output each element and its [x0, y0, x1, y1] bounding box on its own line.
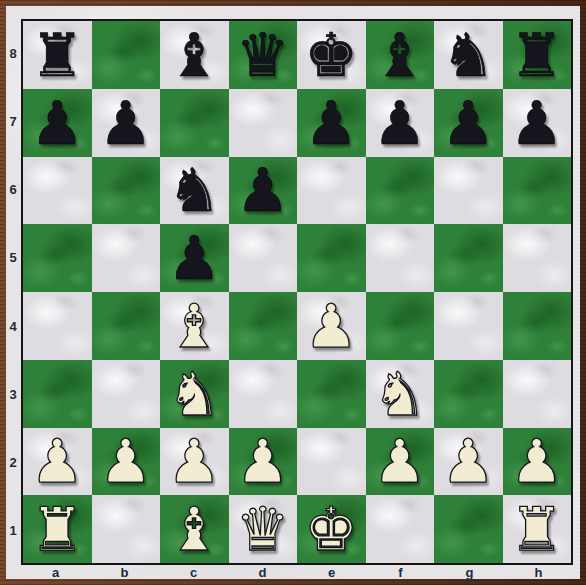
chess-board[interactable]: ♜♝♛♚♝♞♜♟♟♟♟♟♟♞♟♟♝♟♞♞♟♟♟♟♟♟♟♜♝♛♚♜: [21, 19, 573, 565]
square-b6[interactable]: [92, 157, 161, 225]
square-b1[interactable]: [92, 495, 161, 563]
piece-black-pawn[interactable]: ♟: [441, 93, 495, 153]
square-c8[interactable]: ♝: [160, 21, 229, 89]
piece-black-bishop[interactable]: ♝: [167, 25, 221, 85]
square-h5[interactable]: [503, 224, 572, 292]
square-d5[interactable]: [229, 224, 298, 292]
square-c2[interactable]: ♟: [160, 428, 229, 496]
square-h1[interactable]: ♜: [503, 495, 572, 563]
piece-white-pawn[interactable]: ♟: [510, 431, 564, 491]
rank-label-8: 8: [5, 19, 21, 87]
file-label-h: h: [504, 564, 573, 580]
square-c4[interactable]: ♝: [160, 292, 229, 360]
piece-white-pawn[interactable]: ♟: [30, 431, 84, 491]
square-d6[interactable]: ♟: [229, 157, 298, 225]
piece-black-king[interactable]: ♚: [304, 25, 358, 85]
piece-black-pawn[interactable]: ♟: [30, 93, 84, 153]
piece-white-knight[interactable]: ♞: [167, 364, 221, 424]
square-a3[interactable]: [23, 360, 92, 428]
file-label-e: e: [297, 564, 366, 580]
square-a1[interactable]: ♜: [23, 495, 92, 563]
square-g8[interactable]: ♞: [434, 21, 503, 89]
piece-black-pawn[interactable]: ♟: [510, 93, 564, 153]
file-label-g: g: [435, 564, 504, 580]
square-e4[interactable]: ♟: [297, 292, 366, 360]
piece-white-pawn[interactable]: ♟: [441, 431, 495, 491]
square-d4[interactable]: [229, 292, 298, 360]
rank-label-6: 6: [5, 156, 21, 224]
piece-black-queen[interactable]: ♛: [236, 25, 290, 85]
square-f4[interactable]: [366, 292, 435, 360]
piece-white-pawn[interactable]: ♟: [373, 431, 427, 491]
square-g5[interactable]: [434, 224, 503, 292]
piece-white-knight[interactable]: ♞: [373, 364, 427, 424]
file-label-b: b: [90, 564, 159, 580]
square-f7[interactable]: ♟: [366, 89, 435, 157]
file-label-c: c: [159, 564, 228, 580]
square-f8[interactable]: ♝: [366, 21, 435, 89]
square-b4[interactable]: [92, 292, 161, 360]
rank-label-3: 3: [5, 360, 21, 428]
rank-label-7: 7: [5, 87, 21, 155]
piece-white-rook[interactable]: ♜: [30, 499, 84, 559]
square-c6[interactable]: ♞: [160, 157, 229, 225]
piece-white-king[interactable]: ♚: [304, 499, 358, 559]
square-b7[interactable]: ♟: [92, 89, 161, 157]
square-d7[interactable]: [229, 89, 298, 157]
piece-black-pawn[interactable]: ♟: [373, 93, 427, 153]
square-a8[interactable]: ♜: [23, 21, 92, 89]
square-b3[interactable]: [92, 360, 161, 428]
square-e6[interactable]: [297, 157, 366, 225]
square-g1[interactable]: [434, 495, 503, 563]
square-h7[interactable]: ♟: [503, 89, 572, 157]
square-e7[interactable]: ♟: [297, 89, 366, 157]
square-e2[interactable]: [297, 428, 366, 496]
square-a4[interactable]: [23, 292, 92, 360]
piece-white-rook[interactable]: ♜: [510, 499, 564, 559]
square-f6[interactable]: [366, 157, 435, 225]
file-label-a: a: [21, 564, 90, 580]
file-label-d: d: [228, 564, 297, 580]
rank-label-1: 1: [5, 497, 21, 565]
square-g7[interactable]: ♟: [434, 89, 503, 157]
piece-black-bishop[interactable]: ♝: [373, 25, 427, 85]
square-a2[interactable]: ♟: [23, 428, 92, 496]
square-g3[interactable]: [434, 360, 503, 428]
square-a7[interactable]: ♟: [23, 89, 92, 157]
square-b5[interactable]: [92, 224, 161, 292]
rank-label-5: 5: [5, 224, 21, 292]
square-f2[interactable]: ♟: [366, 428, 435, 496]
square-h4[interactable]: [503, 292, 572, 360]
piece-black-rook[interactable]: ♜: [30, 25, 84, 85]
square-c5[interactable]: ♟: [160, 224, 229, 292]
square-h8[interactable]: ♜: [503, 21, 572, 89]
square-c3[interactable]: ♞: [160, 360, 229, 428]
square-d8[interactable]: ♛: [229, 21, 298, 89]
piece-black-knight[interactable]: ♞: [441, 25, 495, 85]
square-e3[interactable]: [297, 360, 366, 428]
square-e1[interactable]: ♚: [297, 495, 366, 563]
square-f3[interactable]: ♞: [366, 360, 435, 428]
piece-black-pawn[interactable]: ♟: [304, 93, 358, 153]
piece-black-knight[interactable]: ♞: [167, 160, 221, 220]
square-e8[interactable]: ♚: [297, 21, 366, 89]
rank-labels: 87654321: [5, 19, 21, 565]
piece-white-bishop[interactable]: ♝: [167, 499, 221, 559]
wood-frame: 87654321 ♜♝♛♚♝♞♜♟♟♟♟♟♟♞♟♟♝♟♞♞♟♟♟♟♟♟♟♜♝♛♚…: [0, 0, 586, 585]
square-d1[interactable]: ♛: [229, 495, 298, 563]
file-labels: abcdefgh: [21, 564, 573, 580]
square-g4[interactable]: [434, 292, 503, 360]
square-g2[interactable]: ♟: [434, 428, 503, 496]
square-b2[interactable]: ♟: [92, 428, 161, 496]
square-d3[interactable]: [229, 360, 298, 428]
square-h2[interactable]: ♟: [503, 428, 572, 496]
square-a5[interactable]: [23, 224, 92, 292]
square-g6[interactable]: [434, 157, 503, 225]
piece-black-pawn[interactable]: ♟: [167, 228, 221, 288]
piece-white-pawn[interactable]: ♟: [167, 431, 221, 491]
square-a6[interactable]: [23, 157, 92, 225]
square-c1[interactable]: ♝: [160, 495, 229, 563]
piece-black-pawn[interactable]: ♟: [99, 93, 153, 153]
square-f1[interactable]: [366, 495, 435, 563]
square-h6[interactable]: [503, 157, 572, 225]
square-h3[interactable]: [503, 360, 572, 428]
piece-white-pawn[interactable]: ♟: [99, 431, 153, 491]
file-label-f: f: [366, 564, 435, 580]
piece-white-pawn[interactable]: ♟: [304, 296, 358, 356]
piece-white-bishop[interactable]: ♝: [167, 296, 221, 356]
square-f5[interactable]: [366, 224, 435, 292]
piece-black-rook[interactable]: ♜: [510, 25, 564, 85]
rank-label-4: 4: [5, 292, 21, 360]
square-c7[interactable]: [160, 89, 229, 157]
rank-label-2: 2: [5, 429, 21, 497]
piece-white-queen[interactable]: ♛: [236, 499, 290, 559]
piece-black-pawn[interactable]: ♟: [236, 160, 290, 220]
piece-white-pawn[interactable]: ♟: [236, 431, 290, 491]
square-e5[interactable]: [297, 224, 366, 292]
square-b8[interactable]: [92, 21, 161, 89]
square-d2[interactable]: ♟: [229, 428, 298, 496]
